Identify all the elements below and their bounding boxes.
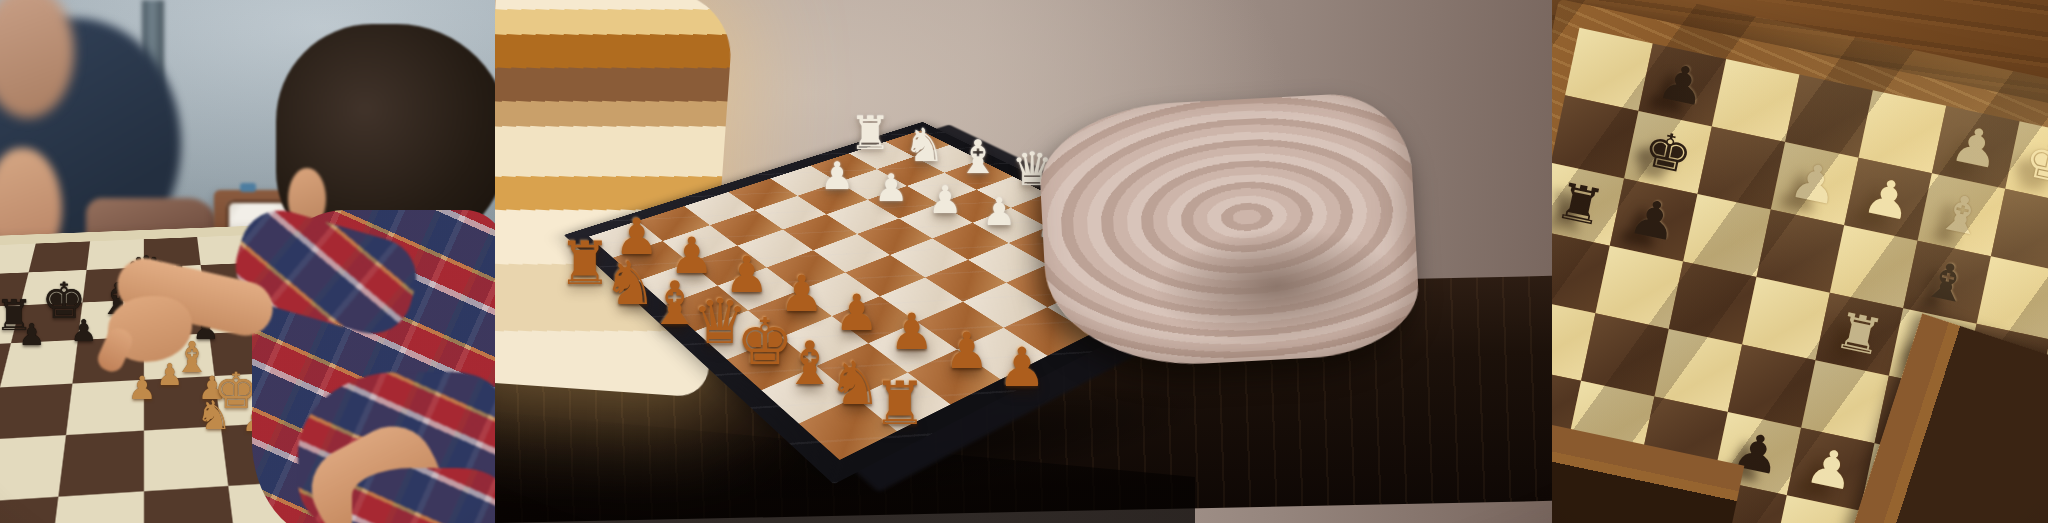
tan-pawn: ♟: [128, 372, 157, 404]
boy-plaid-lap: [352, 468, 495, 523]
brown-onyx-pawn: ♟: [890, 307, 935, 357]
photo-panel-boy-playing-chess: ♜♟♚♟♝♛♟♜♞♟♟♟♝♟♞♚♛♟♜♟♜♞: [0, 0, 495, 523]
cream-pawn: ♟: [1802, 440, 1860, 499]
cream-pawn: ♟: [1947, 118, 2005, 177]
photo-panel-overhead-wooden-board: ♟♟♚♚♟♟♝♜♟♝♜♞♝♜♟♟♞: [1552, 0, 2048, 523]
cream-pawn: ♟: [1786, 154, 1844, 213]
white-onyx-pawn: ♟: [874, 169, 908, 207]
white-onyx-rook: ♜: [849, 110, 890, 156]
cream-bishop: ♝: [1933, 185, 1991, 244]
cream-pawn: ♟: [1859, 170, 1917, 229]
dark-king: ♚: [1639, 123, 1697, 182]
white-onyx-pawn: ♟: [928, 181, 962, 219]
dark-pawn: ♟: [1625, 191, 1683, 250]
brown-onyx-rook: ♜: [873, 373, 927, 433]
black-pawn: ♟: [71, 316, 98, 346]
white-onyx-pawn: ♟: [982, 193, 1016, 231]
photo-panel-onyx-chess-set: ♜♞♝♛♚♝♞♜♟♟♟♟♟♟♟♟♟♟♟♟♟♟♟♟♜♞♝♛♚♝♞♜: [495, 0, 1552, 523]
brown-onyx-pawn: ♟: [835, 288, 880, 338]
dark-pawn: ♟: [1653, 56, 1711, 115]
white-onyx-pawn: ♟: [820, 157, 854, 195]
dark-bishop: ♝: [1918, 253, 1976, 312]
cream-king: ♚: [2020, 134, 2048, 193]
petrified-wood-slab: [1036, 90, 1421, 371]
dark-rook: ♜: [1552, 175, 1609, 234]
brown-onyx-pawn: ♟: [998, 341, 1046, 395]
photo-collage-strip: ♜♟♚♟♝♛♟♜♞♟♟♟♝♟♞♚♛♟♜♟♜♞ ♜♞♝♛♚♝♞♜♟♟♟♟♟♟♟♟♟…: [0, 0, 2048, 523]
white-onyx-knight: ♞: [903, 122, 944, 168]
cream-rook: ♜: [1831, 305, 1889, 364]
brown-onyx-pawn: ♟: [945, 326, 990, 376]
white-onyx-bishop: ♝: [957, 134, 998, 180]
